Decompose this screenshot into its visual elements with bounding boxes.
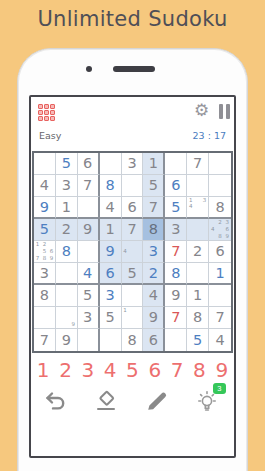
cell-r6c7[interactable]: 8	[165, 263, 187, 285]
cell-value: 1	[215, 266, 224, 281]
cell-r9c1[interactable]: 7	[34, 329, 56, 351]
cell-r7c6[interactable]: 4	[143, 285, 165, 307]
cell-r3c9[interactable]: 8	[209, 197, 231, 219]
cell-r1c4[interactable]	[100, 153, 122, 175]
cell-value: 6	[83, 156, 92, 171]
cell-r3c1[interactable]: 9	[34, 197, 56, 219]
cell-r8c6[interactable]: 9	[143, 307, 165, 329]
cell-r8c1[interactable]	[34, 307, 56, 329]
numpad-1[interactable]: 1	[32, 357, 54, 383]
undo-arrow-icon	[44, 389, 68, 413]
cell-r1c1[interactable]	[34, 153, 56, 175]
promo-screenshot: Unlimited Sudoku ⚙ Easy 23 : 17 56317437…	[0, 0, 265, 471]
pause-icon	[219, 104, 223, 119]
cell-r4c9[interactable]: 234689	[209, 219, 231, 241]
cell-r9c4[interactable]	[100, 329, 122, 351]
cell-r7c2[interactable]	[56, 285, 78, 307]
cell-r9c7[interactable]	[165, 329, 187, 351]
cell-r4c3[interactable]: 9	[78, 219, 100, 241]
cell-value: 8	[62, 244, 71, 259]
cell-r6c5[interactable]: 5	[122, 263, 144, 285]
cell-value: 4	[149, 288, 158, 303]
cell-r6c9[interactable]: 1	[209, 263, 231, 285]
cell-r7c3[interactable]: 5	[78, 285, 100, 307]
cell-value: 3	[83, 310, 92, 325]
cell-value: 5	[149, 178, 158, 193]
pencil-button[interactable]	[143, 386, 173, 416]
cell-value: 2	[149, 266, 158, 281]
cell-value: 5	[62, 156, 71, 171]
cell-r2c2[interactable]: 3	[56, 175, 78, 197]
pause-button[interactable]	[219, 104, 231, 119]
cell-r7c7[interactable]: 9	[165, 285, 187, 307]
cell-value: 6	[105, 266, 114, 281]
cell-r5c4[interactable]: 9	[100, 241, 122, 263]
cell-r7c8[interactable]: 1	[187, 285, 209, 307]
cell-value: 3	[105, 288, 114, 303]
cell-r3c7[interactable]: 5	[165, 197, 187, 219]
cell-value: 4	[40, 178, 49, 193]
cell-r3c8[interactable]: 134	[187, 197, 209, 219]
cell-r5c7[interactable]: 7	[165, 241, 187, 263]
cell-value: 5	[40, 222, 49, 237]
numpad-6[interactable]: 6	[144, 357, 166, 383]
cell-value: 9	[105, 244, 114, 259]
cell-r8c5[interactable]: 1	[122, 307, 144, 329]
cell-r9c5[interactable]: 8	[122, 329, 144, 351]
cell-r9c6[interactable]: 6	[143, 329, 165, 351]
cell-r4c2[interactable]: 2	[56, 219, 78, 241]
cell-value: 7	[215, 310, 224, 325]
cell-value: 5	[83, 288, 92, 303]
cell-value: 3	[40, 266, 49, 281]
cell-r3c5[interactable]: 6	[122, 197, 144, 219]
pencil-notes: 1	[122, 307, 143, 328]
cell-value: 7	[171, 244, 180, 259]
cell-r2c6[interactable]: 5	[143, 175, 165, 197]
cell-r1c2[interactable]: 5	[56, 153, 78, 175]
cell-r1c8[interactable]: 7	[187, 153, 209, 175]
cell-r3c2[interactable]: 1	[56, 197, 78, 219]
cell-value: 7	[193, 156, 202, 171]
cell-r4c6[interactable]: 8	[143, 219, 165, 241]
app-screen: ⚙ Easy 23 : 17 5631743785691467513485291…	[29, 95, 236, 458]
cell-value: 8	[40, 288, 49, 303]
cell-value: 4	[105, 200, 114, 215]
sudoku-board: 5631743785691467513485291783234689125678…	[32, 151, 233, 353]
cell-value: 5	[105, 310, 114, 325]
cell-value: 5	[193, 333, 202, 348]
cell-r8c3[interactable]: 3	[78, 307, 100, 329]
pencil-notes: 9	[56, 307, 77, 328]
cell-r8c4[interactable]: 5	[100, 307, 122, 329]
cell-r6c2[interactable]	[56, 263, 78, 285]
cell-r1c6[interactable]: 1	[143, 153, 165, 175]
pencil-notes: 4	[122, 241, 143, 262]
cell-r7c5[interactable]	[122, 285, 144, 307]
cell-r2c4[interactable]: 8	[100, 175, 122, 197]
cell-r3c3[interactable]	[78, 197, 100, 219]
cell-r1c3[interactable]: 6	[78, 153, 100, 175]
cell-r4c1[interactable]: 5	[34, 219, 56, 241]
cell-value: 3	[127, 156, 136, 171]
cell-r3c4[interactable]: 4	[100, 197, 122, 219]
cell-value: 8	[193, 310, 202, 325]
timer-value: 23 : 17	[193, 130, 226, 141]
cell-value: 1	[105, 222, 114, 237]
cell-r2c3[interactable]: 7	[78, 175, 100, 197]
cell-r2c9[interactable]	[209, 175, 231, 197]
cell-value: 1	[149, 156, 158, 171]
cell-r7c9[interactable]	[209, 285, 231, 307]
cell-value: 7	[40, 333, 49, 348]
numpad-9[interactable]: 9	[211, 357, 233, 383]
numpad-5[interactable]: 5	[121, 357, 143, 383]
cell-r8c8[interactable]: 8	[187, 307, 209, 329]
cell-value: 7	[149, 200, 158, 215]
cell-r5c1[interactable]: 1256789	[34, 241, 56, 263]
cell-r9c3[interactable]	[78, 329, 100, 351]
speaker-slot	[113, 66, 155, 72]
cell-value: 5	[171, 200, 180, 215]
cell-r5c6[interactable]: 3	[143, 241, 165, 263]
cell-r6c4[interactable]: 6	[100, 263, 122, 285]
cell-r9c8[interactable]: 5	[187, 329, 209, 351]
cell-value: 4	[215, 333, 224, 348]
difficulty-label: Easy	[39, 130, 61, 141]
pencil-notes: 134	[187, 197, 208, 217]
phone-mockup: ⚙ Easy 23 : 17 5631743785691467513485291…	[17, 48, 248, 471]
cell-r5c5[interactable]: 4	[122, 241, 144, 263]
cell-value: 7	[171, 310, 180, 325]
cell-r2c7[interactable]: 6	[165, 175, 187, 197]
eraser-icon	[94, 389, 118, 413]
cell-value: 9	[171, 288, 180, 303]
cell-value: 4	[83, 266, 92, 281]
cell-value: 5	[127, 266, 136, 281]
cell-r6c8[interactable]	[187, 263, 209, 285]
cell-r6c1[interactable]: 3	[34, 263, 56, 285]
undo-button[interactable]	[42, 386, 72, 416]
cell-r8c2[interactable]: 9	[56, 307, 78, 329]
numpad-3[interactable]: 3	[77, 357, 99, 383]
eraser-button[interactable]	[92, 386, 122, 416]
settings-gear-icon[interactable]: ⚙	[194, 100, 209, 122]
cell-r1c7[interactable]	[165, 153, 187, 175]
numpad-7[interactable]: 7	[166, 357, 188, 383]
cell-r8c9[interactable]: 7	[209, 307, 231, 329]
camera-dot	[86, 66, 92, 72]
cell-r4c4[interactable]: 1	[100, 219, 122, 241]
cell-value: 8	[127, 333, 136, 348]
numpad-2[interactable]: 2	[54, 357, 76, 383]
cell-value: 6	[127, 200, 136, 215]
cell-value: 2	[193, 244, 202, 259]
page-title: Unlimited Sudoku	[0, 7, 265, 31]
cell-r4c5[interactable]: 7	[122, 219, 144, 241]
cell-value: 7	[127, 222, 136, 237]
cell-value: 2	[62, 222, 71, 237]
cell-value: 8	[105, 178, 114, 193]
hint-button[interactable]: 3	[193, 386, 223, 416]
cell-value: 3	[171, 222, 180, 237]
number-pad: 123456789	[32, 357, 233, 383]
numpad-8[interactable]: 8	[188, 357, 210, 383]
cell-r5c9[interactable]: 6	[209, 241, 231, 263]
sudoku-logo-icon	[38, 104, 55, 121]
cell-value: 1	[193, 288, 202, 303]
cell-value: 9	[149, 310, 158, 325]
cell-r5c8[interactable]: 2	[187, 241, 209, 263]
pencil-icon	[145, 389, 169, 413]
toolbar: 3	[32, 385, 233, 417]
cell-value: 1	[62, 200, 71, 215]
cell-r4c8[interactable]	[187, 219, 209, 241]
cell-value: 8	[149, 222, 158, 237]
cell-r7c1[interactable]: 8	[34, 285, 56, 307]
cell-value: 3	[62, 178, 71, 193]
cell-r2c5[interactable]	[122, 175, 144, 197]
cell-r7c4[interactable]: 3	[100, 285, 122, 307]
hint-count-badge: 3	[213, 383, 226, 394]
cell-r9c2[interactable]: 9	[56, 329, 78, 351]
cell-r4c7[interactable]: 3	[165, 219, 187, 241]
cell-r5c2[interactable]: 8	[56, 241, 78, 263]
cell-r2c1[interactable]: 4	[34, 175, 56, 197]
pencil-notes: 1256789	[34, 241, 55, 262]
cell-value: 6	[149, 333, 158, 348]
pencil-notes: 234689	[209, 219, 231, 240]
pause-icon	[226, 104, 230, 119]
cell-r6c6[interactable]: 2	[143, 263, 165, 285]
cell-value: 9	[40, 200, 49, 215]
cell-value: 8	[171, 266, 180, 281]
cell-value: 9	[83, 222, 92, 237]
cell-value: 3	[149, 244, 158, 259]
cell-value: 6	[215, 244, 224, 259]
cell-r1c5[interactable]: 3	[122, 153, 144, 175]
cell-r3c6[interactable]: 7	[143, 197, 165, 219]
cell-r6c3[interactable]: 4	[78, 263, 100, 285]
numpad-4[interactable]: 4	[99, 357, 121, 383]
cell-r5c3[interactable]	[78, 241, 100, 263]
cell-r9c9[interactable]: 4	[209, 329, 231, 351]
cell-value: 7	[83, 178, 92, 193]
cell-r8c7[interactable]: 7	[165, 307, 187, 329]
cell-value: 6	[171, 178, 180, 193]
cell-r1c9[interactable]	[209, 153, 231, 175]
cell-value: 8	[215, 200, 224, 215]
cell-value: 9	[62, 333, 71, 348]
cell-r2c8[interactable]	[187, 175, 209, 197]
info-row: Easy 23 : 17	[39, 130, 226, 141]
